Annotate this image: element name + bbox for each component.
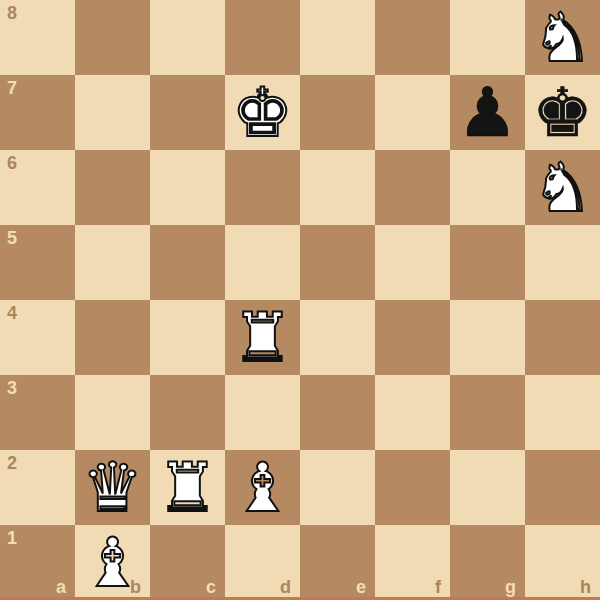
file-label-a: a (56, 577, 66, 598)
square-e5[interactable] (300, 225, 375, 300)
square-g2[interactable] (450, 450, 525, 525)
square-b7[interactable] (75, 75, 150, 150)
square-h1[interactable]: h (525, 525, 600, 600)
file-label-f: f (435, 577, 441, 598)
square-a6[interactable]: 6 (0, 150, 75, 225)
square-d8[interactable] (225, 0, 300, 75)
square-b1[interactable]: b♝ (75, 525, 150, 600)
square-g8[interactable] (450, 0, 525, 75)
square-d4[interactable]: ♜ (225, 300, 300, 375)
square-a8[interactable]: 8 (0, 0, 75, 75)
square-e7[interactable] (300, 75, 375, 150)
square-a3[interactable]: 3 (0, 375, 75, 450)
square-g4[interactable] (450, 300, 525, 375)
rank-label-3: 3 (7, 378, 17, 399)
square-f2[interactable] (375, 450, 450, 525)
square-f5[interactable] (375, 225, 450, 300)
file-label-c: c (206, 577, 216, 598)
square-f7[interactable] (375, 75, 450, 150)
square-d1[interactable]: d (225, 525, 300, 600)
square-c6[interactable] (150, 150, 225, 225)
square-f1[interactable]: f (375, 525, 450, 600)
square-d7[interactable]: ♚ (225, 75, 300, 150)
square-a7[interactable]: 7 (0, 75, 75, 150)
square-h8[interactable]: ♞ (525, 0, 600, 75)
square-b5[interactable] (75, 225, 150, 300)
square-e1[interactable]: e (300, 525, 375, 600)
square-h2[interactable] (525, 450, 600, 525)
square-e6[interactable] (300, 150, 375, 225)
rank-label-1: 1 (7, 528, 17, 549)
file-label-g: g (505, 577, 516, 598)
square-b2[interactable]: ♛ (75, 450, 150, 525)
square-f4[interactable] (375, 300, 450, 375)
square-e2[interactable] (300, 450, 375, 525)
square-d2[interactable]: ♝ (225, 450, 300, 525)
square-d3[interactable] (225, 375, 300, 450)
square-d6[interactable] (225, 150, 300, 225)
square-g3[interactable] (450, 375, 525, 450)
square-h6[interactable]: ♞ (525, 150, 600, 225)
square-a1[interactable]: 1a (0, 525, 75, 600)
rank-label-7: 7 (7, 78, 17, 99)
file-label-h: h (580, 577, 591, 598)
square-g1[interactable]: g (450, 525, 525, 600)
rank-label-6: 6 (7, 153, 17, 174)
black-king: ♚ (532, 75, 593, 150)
square-b4[interactable] (75, 300, 150, 375)
square-b8[interactable] (75, 0, 150, 75)
square-a2[interactable]: 2 (0, 450, 75, 525)
square-e3[interactable] (300, 375, 375, 450)
rank-label-5: 5 (7, 228, 17, 249)
file-label-d: d (280, 577, 291, 598)
square-c5[interactable] (150, 225, 225, 300)
square-a4[interactable]: 4 (0, 300, 75, 375)
square-h5[interactable] (525, 225, 600, 300)
square-d5[interactable] (225, 225, 300, 300)
square-c7[interactable] (150, 75, 225, 150)
white-bishop: ♝ (232, 450, 293, 525)
file-label-e: e (356, 577, 366, 598)
file-label-b: b (130, 577, 141, 598)
rank-label-4: 4 (7, 303, 17, 324)
square-c3[interactable] (150, 375, 225, 450)
square-c2[interactable]: ♜ (150, 450, 225, 525)
square-f3[interactable] (375, 375, 450, 450)
white-knight: ♞ (532, 150, 593, 225)
white-king: ♚ (232, 75, 293, 150)
square-f6[interactable] (375, 150, 450, 225)
square-g6[interactable] (450, 150, 525, 225)
square-b3[interactable] (75, 375, 150, 450)
chess-board: 8♞7♚♟♚6♞54♜32♛♜♝1ab♝cdefgh (0, 0, 600, 600)
black-pawn: ♟ (457, 75, 518, 150)
rank-label-2: 2 (7, 453, 17, 474)
square-g7[interactable]: ♟ (450, 75, 525, 150)
white-knight: ♞ (532, 0, 593, 75)
white-queen: ♛ (82, 450, 143, 525)
square-h3[interactable] (525, 375, 600, 450)
square-c1[interactable]: c (150, 525, 225, 600)
square-g5[interactable] (450, 225, 525, 300)
white-rook: ♜ (232, 300, 293, 375)
square-b6[interactable] (75, 150, 150, 225)
white-rook: ♜ (157, 450, 218, 525)
square-h4[interactable] (525, 300, 600, 375)
square-c4[interactable] (150, 300, 225, 375)
square-c8[interactable] (150, 0, 225, 75)
square-e8[interactable] (300, 0, 375, 75)
square-f8[interactable] (375, 0, 450, 75)
square-e4[interactable] (300, 300, 375, 375)
square-a5[interactable]: 5 (0, 225, 75, 300)
rank-label-8: 8 (7, 3, 17, 24)
square-h7[interactable]: ♚ (525, 75, 600, 150)
